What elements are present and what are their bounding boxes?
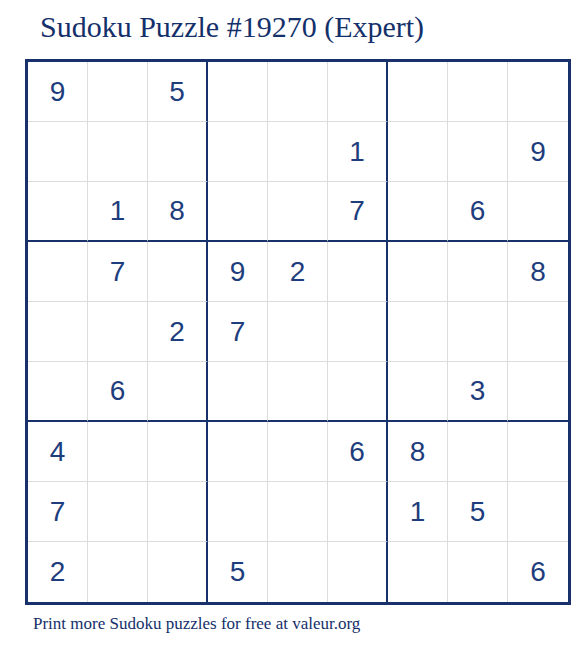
cell-r5c4[interactable]: 7 xyxy=(208,302,268,362)
cell-r9c9[interactable]: 6 xyxy=(508,542,568,602)
cell-r2c1[interactable] xyxy=(28,122,88,182)
cell-r6c7[interactable] xyxy=(388,362,448,422)
cell-r8c3[interactable] xyxy=(148,482,208,542)
cell-r4c9[interactable]: 8 xyxy=(508,242,568,302)
sudoku-page: Sudoku Puzzle #19270 (Expert) 9519187679… xyxy=(0,0,580,651)
cell-r5c5[interactable] xyxy=(268,302,328,362)
cell-r2c8[interactable] xyxy=(448,122,508,182)
cell-r1c5[interactable] xyxy=(268,62,328,122)
cell-r8c8[interactable]: 5 xyxy=(448,482,508,542)
cell-r6c1[interactable] xyxy=(28,362,88,422)
cell-r9c1[interactable]: 2 xyxy=(28,542,88,602)
cell-r7c7[interactable]: 8 xyxy=(388,422,448,482)
cell-r8c4[interactable] xyxy=(208,482,268,542)
cell-r8c6[interactable] xyxy=(328,482,388,542)
cell-r5c9[interactable] xyxy=(508,302,568,362)
cell-r2c9[interactable]: 9 xyxy=(508,122,568,182)
cell-r3c7[interactable] xyxy=(388,182,448,242)
cell-r2c2[interactable] xyxy=(88,122,148,182)
cell-r6c6[interactable] xyxy=(328,362,388,422)
cell-r5c7[interactable] xyxy=(388,302,448,362)
cell-r6c9[interactable] xyxy=(508,362,568,422)
cell-r3c1[interactable] xyxy=(28,182,88,242)
cell-r8c9[interactable] xyxy=(508,482,568,542)
cell-r3c8[interactable]: 6 xyxy=(448,182,508,242)
cell-r8c1[interactable]: 7 xyxy=(28,482,88,542)
cell-r7c3[interactable] xyxy=(148,422,208,482)
cell-r3c6[interactable]: 7 xyxy=(328,182,388,242)
cell-r3c5[interactable] xyxy=(268,182,328,242)
cell-r4c4[interactable]: 9 xyxy=(208,242,268,302)
cell-r9c2[interactable] xyxy=(88,542,148,602)
cell-r1c2[interactable] xyxy=(88,62,148,122)
cell-r6c8[interactable]: 3 xyxy=(448,362,508,422)
cell-r3c2[interactable]: 1 xyxy=(88,182,148,242)
cell-r1c4[interactable] xyxy=(208,62,268,122)
sudoku-board: 9519187679282763468715256 xyxy=(25,59,571,605)
cell-r2c3[interactable] xyxy=(148,122,208,182)
cell-r7c8[interactable] xyxy=(448,422,508,482)
cell-r1c6[interactable] xyxy=(328,62,388,122)
cell-r1c7[interactable] xyxy=(388,62,448,122)
cell-r7c5[interactable] xyxy=(268,422,328,482)
cell-r6c3[interactable] xyxy=(148,362,208,422)
cell-r5c6[interactable] xyxy=(328,302,388,362)
cell-r4c5[interactable]: 2 xyxy=(268,242,328,302)
cell-r1c1[interactable]: 9 xyxy=(28,62,88,122)
cell-r2c4[interactable] xyxy=(208,122,268,182)
cell-r4c3[interactable] xyxy=(148,242,208,302)
cell-r1c3[interactable]: 5 xyxy=(148,62,208,122)
cell-r4c7[interactable] xyxy=(388,242,448,302)
cell-r5c3[interactable]: 2 xyxy=(148,302,208,362)
cell-r9c3[interactable] xyxy=(148,542,208,602)
cell-r9c5[interactable] xyxy=(268,542,328,602)
cell-r5c8[interactable] xyxy=(448,302,508,362)
cell-r4c8[interactable] xyxy=(448,242,508,302)
cell-r8c5[interactable] xyxy=(268,482,328,542)
cell-r9c8[interactable] xyxy=(448,542,508,602)
cell-r8c2[interactable] xyxy=(88,482,148,542)
cell-r9c6[interactable] xyxy=(328,542,388,602)
cell-r9c7[interactable] xyxy=(388,542,448,602)
cell-r1c8[interactable] xyxy=(448,62,508,122)
cell-r1c9[interactable] xyxy=(508,62,568,122)
cell-r2c6[interactable]: 1 xyxy=(328,122,388,182)
cell-r3c4[interactable] xyxy=(208,182,268,242)
cell-r6c2[interactable]: 6 xyxy=(88,362,148,422)
cell-r8c7[interactable]: 1 xyxy=(388,482,448,542)
cell-r4c6[interactable] xyxy=(328,242,388,302)
cell-r5c2[interactable] xyxy=(88,302,148,362)
cell-r7c6[interactable]: 6 xyxy=(328,422,388,482)
cell-r4c1[interactable] xyxy=(28,242,88,302)
cell-r6c4[interactable] xyxy=(208,362,268,422)
cell-r9c4[interactable]: 5 xyxy=(208,542,268,602)
cell-r7c9[interactable] xyxy=(508,422,568,482)
footer-text: Print more Sudoku puzzles for free at va… xyxy=(33,614,360,634)
cell-r7c4[interactable] xyxy=(208,422,268,482)
cell-r2c5[interactable] xyxy=(268,122,328,182)
page-title: Sudoku Puzzle #19270 (Expert) xyxy=(40,10,424,44)
cell-r7c2[interactable] xyxy=(88,422,148,482)
cell-r5c1[interactable] xyxy=(28,302,88,362)
cell-r2c7[interactable] xyxy=(388,122,448,182)
cell-r3c3[interactable]: 8 xyxy=(148,182,208,242)
cell-r4c2[interactable]: 7 xyxy=(88,242,148,302)
cell-r7c1[interactable]: 4 xyxy=(28,422,88,482)
cell-r3c9[interactable] xyxy=(508,182,568,242)
cell-r6c5[interactable] xyxy=(268,362,328,422)
